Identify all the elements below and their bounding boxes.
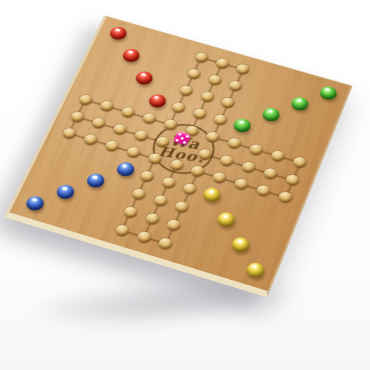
board-hole[interactable] <box>185 68 201 81</box>
board-hole[interactable] <box>69 110 86 123</box>
board-hole[interactable] <box>206 74 222 87</box>
board-hole[interactable] <box>122 205 139 219</box>
board-hole[interactable] <box>241 160 258 174</box>
board-hole[interactable] <box>255 184 272 198</box>
yellow-marble[interactable] <box>230 236 252 255</box>
yellow-marble[interactable] <box>215 211 237 229</box>
green-marble[interactable] <box>318 85 339 102</box>
board-surface: Wa Hoo! <box>4 15 353 297</box>
board-hole[interactable] <box>277 191 294 205</box>
board-hole[interactable] <box>226 137 243 150</box>
board-hole[interactable] <box>270 149 287 163</box>
green-marble[interactable] <box>232 117 253 134</box>
board-hole[interactable] <box>135 230 152 244</box>
board-hole[interactable] <box>130 188 147 202</box>
board-hole[interactable] <box>193 51 209 64</box>
board-hole[interactable] <box>113 224 130 238</box>
board-hole[interactable] <box>213 113 229 126</box>
red-marble[interactable] <box>108 25 129 41</box>
die-pip <box>180 137 183 140</box>
board-hole[interactable] <box>191 107 207 120</box>
board-hole[interactable] <box>120 106 137 119</box>
board-hole[interactable] <box>82 133 99 146</box>
board-hole[interactable] <box>125 146 142 159</box>
blue-marble[interactable] <box>84 172 106 190</box>
blue-marble[interactable] <box>24 194 47 212</box>
board-hole[interactable] <box>211 171 228 185</box>
board-hole[interactable] <box>152 194 169 208</box>
board-hole[interactable] <box>219 154 236 168</box>
board-hole[interactable] <box>170 101 186 114</box>
yellow-marble[interactable] <box>201 186 223 204</box>
board-hole[interactable] <box>141 112 158 125</box>
board-hole[interactable] <box>98 99 115 112</box>
green-marble[interactable] <box>289 95 310 112</box>
red-marble[interactable] <box>147 92 169 109</box>
board-hole[interactable] <box>262 167 279 181</box>
board-hole[interactable] <box>228 80 244 93</box>
wahoo-logo: Wa Hoo! <box>147 120 220 179</box>
blue-marble[interactable] <box>114 161 136 179</box>
board-hole[interactable] <box>292 156 308 170</box>
die-pip <box>185 135 188 138</box>
board-hole[interactable] <box>157 237 174 251</box>
green-marble[interactable] <box>261 106 282 123</box>
play-area: Wa Hoo! <box>19 23 342 284</box>
board-hole[interactable] <box>248 143 265 156</box>
board-hole[interactable] <box>165 219 182 233</box>
die-pip <box>178 133 181 136</box>
board-hole[interactable] <box>138 170 155 184</box>
board-hole[interactable] <box>160 176 177 190</box>
board-hole[interactable] <box>214 57 230 70</box>
board-hole[interactable] <box>133 129 150 142</box>
board-hole[interactable] <box>181 183 198 197</box>
board-hole[interactable] <box>111 123 128 136</box>
board-hole[interactable] <box>178 84 194 97</box>
red-marble[interactable] <box>120 47 141 64</box>
die-pip <box>183 141 186 144</box>
board-hole[interactable] <box>233 178 250 192</box>
blue-marble[interactable] <box>54 183 76 201</box>
red-marble[interactable] <box>133 69 154 86</box>
board-hole[interactable] <box>173 201 190 215</box>
die-pip <box>175 139 178 142</box>
board-hole[interactable] <box>61 127 78 140</box>
board-hole[interactable] <box>90 116 107 129</box>
board-hole[interactable] <box>77 93 94 106</box>
board-hole[interactable] <box>199 90 215 103</box>
board-hole[interactable] <box>103 140 120 153</box>
board-hole[interactable] <box>235 63 251 76</box>
photo-backdrop: Wa Hoo! <box>0 0 370 370</box>
board-hole[interactable] <box>143 212 160 226</box>
yellow-marble[interactable] <box>244 261 266 280</box>
wahoo-board: Wa Hoo! <box>4 15 353 297</box>
board-hole[interactable] <box>284 173 301 187</box>
board-hole[interactable] <box>220 96 236 109</box>
